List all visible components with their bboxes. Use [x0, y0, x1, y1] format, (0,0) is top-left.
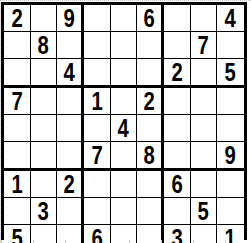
cell-digit: 1 — [11, 171, 22, 197]
cell-r9c5[interactable] — [111, 225, 138, 243]
cell-digit: 2 — [11, 5, 22, 31]
cell-r8c6[interactable] — [137, 198, 164, 225]
cell-digit: 7 — [11, 88, 22, 114]
cell-r7c8[interactable] — [191, 171, 218, 198]
cell-r8c7[interactable] — [164, 198, 191, 225]
cell-r6c1[interactable] — [4, 142, 31, 171]
cell-r6c7[interactable] — [164, 142, 191, 171]
cell-r2c4[interactable] — [84, 32, 111, 59]
cell-r4c8[interactable] — [191, 88, 218, 115]
sudoku-screenshot: 2964874257124789126355631 — [0, 0, 251, 243]
cell-r4c4[interactable]: 1 — [84, 88, 111, 115]
cell-r8c5[interactable] — [111, 198, 138, 225]
cell-digit: 9 — [64, 5, 75, 31]
cell-r8c8[interactable]: 5 — [191, 198, 218, 225]
cell-digit: 3 — [38, 198, 49, 224]
cell-r2c3[interactable] — [57, 32, 84, 59]
cell-r5c3[interactable] — [57, 115, 84, 142]
cell-r9c8[interactable] — [191, 225, 218, 243]
spreadsheet-gridline-top — [0, 0, 251, 1]
cell-r2c1[interactable] — [4, 32, 31, 59]
cell-r3c2[interactable] — [31, 59, 58, 88]
cell-r1c1[interactable]: 2 — [4, 5, 31, 32]
cell-r5c6[interactable] — [137, 115, 164, 142]
cell-r1c2[interactable] — [31, 5, 58, 32]
cell-r8c4[interactable] — [84, 198, 111, 225]
cell-r9c6[interactable] — [137, 225, 164, 243]
cell-r3c6[interactable] — [137, 59, 164, 88]
cell-digit: 3 — [171, 225, 182, 243]
cell-digit: 7 — [198, 32, 209, 58]
cell-r7c2[interactable] — [31, 171, 58, 198]
cell-r1c3[interactable]: 9 — [57, 5, 84, 32]
cell-r9c9[interactable]: 1 — [217, 225, 244, 243]
cell-r7c6[interactable] — [137, 171, 164, 198]
cell-r2c2[interactable]: 8 — [31, 32, 58, 59]
cell-r7c7[interactable]: 6 — [164, 171, 191, 198]
cell-r3c3[interactable]: 4 — [57, 59, 84, 88]
cell-digit: 4 — [64, 59, 75, 85]
cell-r5c9[interactable] — [217, 115, 244, 142]
cell-r4c9[interactable] — [217, 88, 244, 115]
cell-r8c9[interactable] — [217, 198, 244, 225]
cell-digit: 1 — [91, 88, 102, 114]
cell-digit: 4 — [118, 115, 129, 141]
cell-r5c4[interactable] — [84, 115, 111, 142]
cell-r1c6[interactable]: 6 — [137, 5, 164, 32]
cell-r3c8[interactable] — [191, 59, 218, 88]
cell-r1c8[interactable] — [191, 5, 218, 32]
cell-r4c6[interactable]: 2 — [137, 88, 164, 115]
cell-r4c7[interactable] — [164, 88, 191, 115]
cell-digit: 2 — [171, 59, 182, 85]
cell-r1c9[interactable]: 4 — [217, 5, 244, 32]
cell-digit: 4 — [225, 5, 236, 31]
cell-r3c4[interactable] — [84, 59, 111, 88]
cell-r6c9[interactable]: 9 — [217, 142, 244, 171]
cell-r6c3[interactable] — [57, 142, 84, 171]
cell-r2c8[interactable]: 7 — [191, 32, 218, 59]
cell-r6c4[interactable]: 7 — [84, 142, 111, 171]
cell-r9c1[interactable]: 5 — [4, 225, 31, 243]
cell-r5c7[interactable] — [164, 115, 191, 142]
cell-digit: 1 — [225, 225, 236, 243]
cell-r4c5[interactable] — [111, 88, 138, 115]
cell-r2c5[interactable] — [111, 32, 138, 59]
cell-r7c1[interactable]: 1 — [4, 171, 31, 198]
cell-digit: 6 — [144, 5, 155, 31]
cell-digit: 2 — [64, 171, 75, 197]
cell-digit: 5 — [225, 59, 236, 85]
cell-digit: 6 — [171, 171, 182, 197]
cell-r6c2[interactable] — [31, 142, 58, 171]
cell-r1c4[interactable] — [84, 5, 111, 32]
cell-r6c5[interactable] — [111, 142, 138, 171]
cell-r3c9[interactable]: 5 — [217, 59, 244, 88]
cell-r2c9[interactable] — [217, 32, 244, 59]
cell-r2c6[interactable] — [137, 32, 164, 59]
sudoku-board: 2964874257124789126355631 — [1, 2, 247, 240]
cell-r4c1[interactable]: 7 — [4, 88, 31, 115]
cell-r9c3[interactable] — [57, 225, 84, 243]
cell-r9c7[interactable]: 3 — [164, 225, 191, 243]
cell-r6c8[interactable] — [191, 142, 218, 171]
cell-r8c2[interactable]: 3 — [31, 198, 58, 225]
cell-r3c1[interactable] — [4, 59, 31, 88]
cell-r1c7[interactable] — [164, 5, 191, 32]
cell-r5c5[interactable]: 4 — [111, 115, 138, 142]
cell-r9c2[interactable] — [31, 225, 58, 243]
cell-r7c3[interactable]: 2 — [57, 171, 84, 198]
cell-digit: 7 — [91, 142, 102, 168]
cell-r5c2[interactable] — [31, 115, 58, 142]
cell-r4c3[interactable] — [57, 88, 84, 115]
cell-r8c3[interactable] — [57, 198, 84, 225]
cell-r8c1[interactable] — [4, 198, 31, 225]
cell-r3c5[interactable] — [111, 59, 138, 88]
cell-r2c7[interactable] — [164, 32, 191, 59]
cell-digit: 8 — [38, 32, 49, 58]
cell-r4c2[interactable] — [31, 88, 58, 115]
cell-r6c6[interactable]: 8 — [137, 142, 164, 171]
cell-r7c9[interactable] — [217, 171, 244, 198]
cell-r5c1[interactable] — [4, 115, 31, 142]
cell-digit: 5 — [11, 225, 22, 243]
cell-digit: 9 — [225, 142, 236, 168]
cell-digit: 8 — [144, 142, 155, 168]
cell-digit: 2 — [144, 88, 155, 114]
cell-r1c5[interactable] — [111, 5, 138, 32]
cell-digit: 5 — [198, 198, 209, 224]
cell-r5c8[interactable] — [191, 115, 218, 142]
cell-r3c7[interactable]: 2 — [164, 59, 191, 88]
cell-r7c5[interactable] — [111, 171, 138, 198]
cell-r7c4[interactable] — [84, 171, 111, 198]
